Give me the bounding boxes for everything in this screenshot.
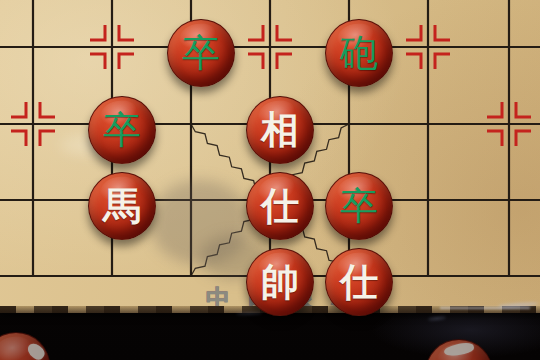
xiangqi-photo-scene: 中国象棋 卒砲卒相馬仕卒帥仕 [0,0,540,360]
piece-cutoff-piece[interactable] [425,339,493,360]
offboard-pieces-layer [0,0,540,360]
paint-fragment [443,341,475,358]
paint-fragment [25,341,47,360]
piece-cutoff-piece[interactable] [0,332,50,360]
